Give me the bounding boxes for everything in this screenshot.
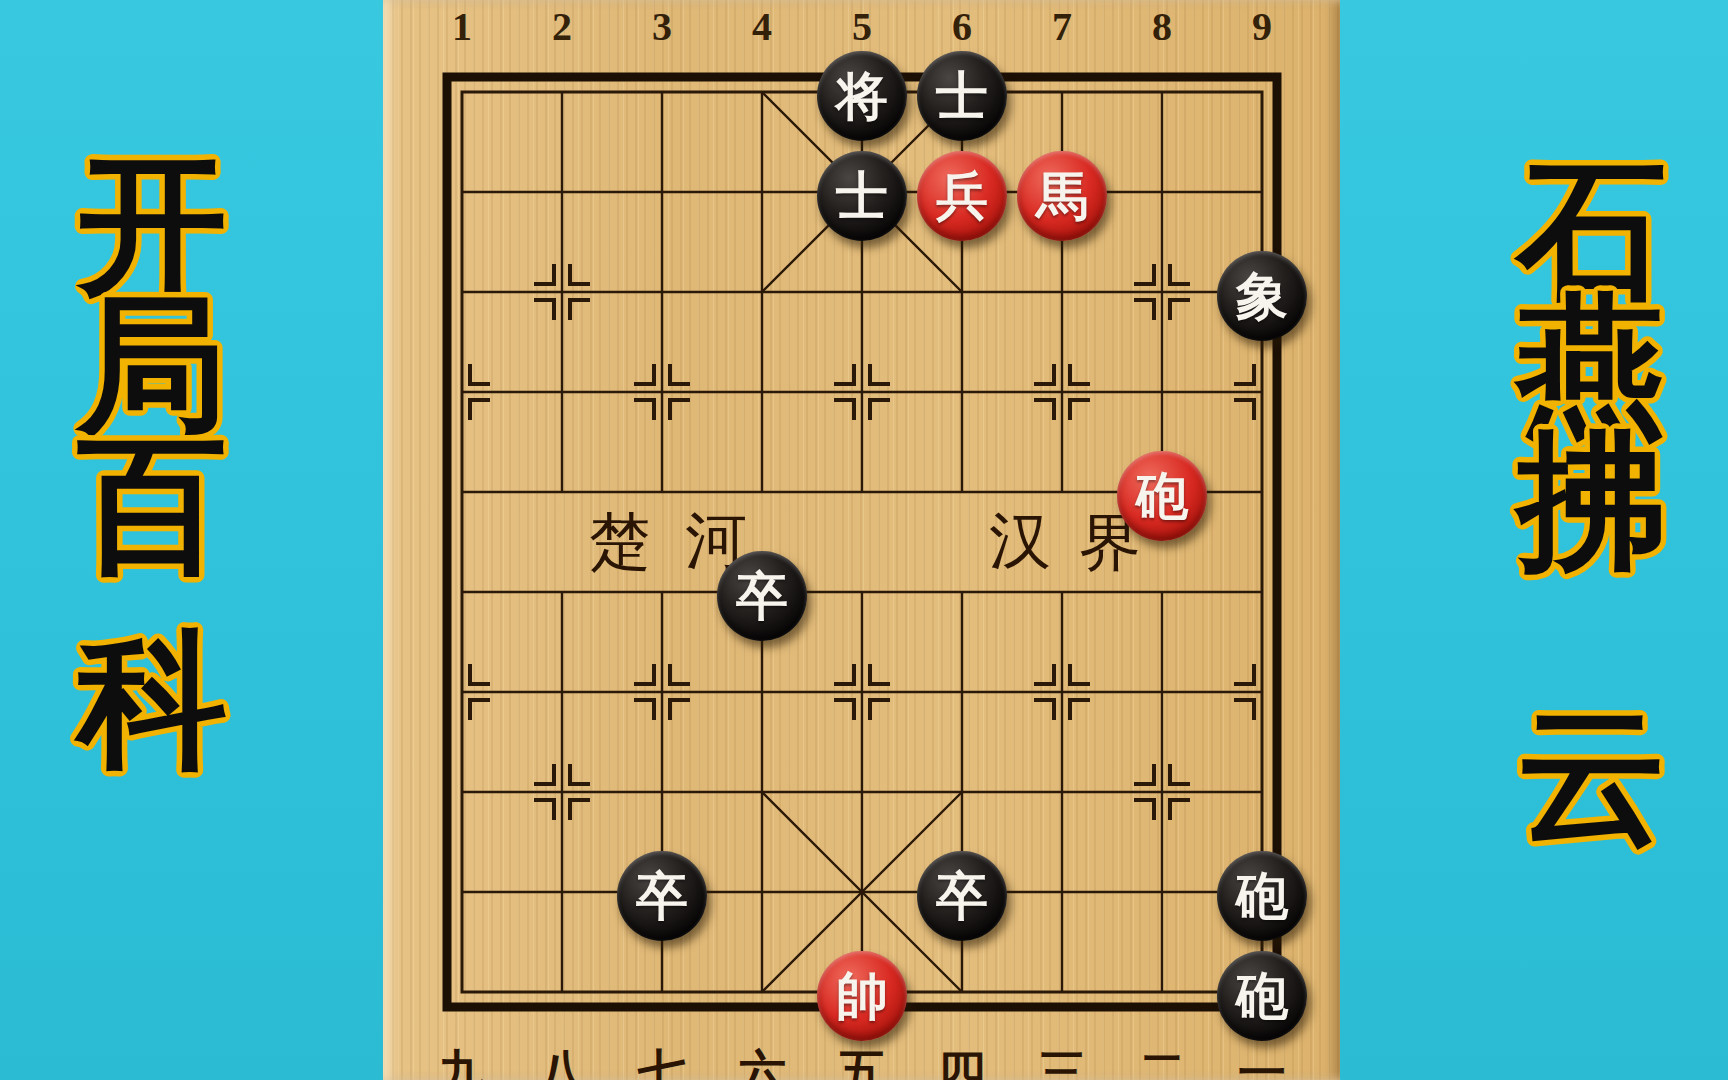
point-marker (1070, 664, 1090, 684)
piece-glyph: 砲 (1236, 970, 1288, 1022)
bottom-file-label: 四 (938, 1044, 986, 1080)
piece-glyph: 兵 (936, 170, 988, 222)
point-marker (1134, 300, 1154, 320)
piece-red-general[interactable]: 帥 (817, 951, 907, 1041)
bottom-file-label: 六 (736, 1044, 786, 1080)
point-marker (1034, 700, 1054, 720)
point-marker (834, 700, 854, 720)
point-marker (1070, 364, 1090, 384)
point-marker (1234, 364, 1254, 384)
point-marker (634, 664, 654, 684)
point-marker (634, 400, 654, 420)
top-file-label: 2 (552, 4, 572, 49)
point-marker (470, 664, 490, 684)
point-marker (670, 664, 690, 684)
piece-glyph: 卒 (636, 870, 688, 922)
piece-red-horse[interactable]: 馬 (1017, 151, 1107, 241)
piece-red-cannon[interactable]: 砲 (1117, 451, 1207, 541)
piece-black-soldier[interactable]: 卒 (617, 851, 707, 941)
piece-black-cannon[interactable]: 砲 (1217, 951, 1307, 1041)
point-marker (1134, 764, 1154, 784)
piece-glyph: 将 (836, 70, 888, 122)
point-marker (1170, 764, 1190, 784)
point-marker (534, 300, 554, 320)
river-text-char: 汉 (989, 507, 1051, 575)
point-marker (1234, 664, 1254, 684)
point-marker (1034, 400, 1054, 420)
top-file-label: 6 (952, 4, 972, 49)
piece-glyph: 砲 (1236, 870, 1288, 922)
point-marker (1170, 264, 1190, 284)
point-marker (1134, 800, 1154, 820)
piece-glyph: 卒 (736, 570, 788, 622)
point-marker (870, 664, 890, 684)
point-marker (870, 400, 890, 420)
piece-red-soldier[interactable]: 兵 (917, 151, 1007, 241)
point-marker (834, 400, 854, 420)
bottom-file-label: 五 (837, 1044, 886, 1080)
point-marker (470, 400, 490, 420)
river-text-char: 楚 (589, 508, 651, 576)
point-marker (1134, 264, 1154, 284)
top-file-label: 3 (652, 4, 672, 49)
piece-black-soldier[interactable]: 卒 (717, 551, 807, 641)
piece-glyph: 士 (836, 170, 888, 222)
point-marker (870, 364, 890, 384)
left-banner-char: 百 (77, 418, 227, 592)
point-marker (570, 300, 590, 320)
point-marker (570, 264, 590, 284)
video-frame: 123456789九八七六五四三二一楚河汉界开局百科石燕拂云 将士士兵馬象砲卒卒… (0, 0, 1728, 1080)
piece-black-elephant[interactable]: 象 (1217, 251, 1307, 341)
top-file-label: 5 (852, 4, 872, 49)
point-marker (1170, 300, 1190, 320)
point-marker (1170, 800, 1190, 820)
point-marker (670, 400, 690, 420)
point-marker (534, 264, 554, 284)
point-marker (1234, 400, 1254, 420)
piece-glyph: 帥 (836, 970, 888, 1022)
bottom-file-label: 二 (1138, 1044, 1186, 1080)
point-marker (570, 800, 590, 820)
piece-black-advisor[interactable]: 士 (917, 51, 1007, 141)
top-file-label: 4 (752, 4, 772, 49)
top-file-label: 9 (1252, 4, 1272, 49)
point-marker (534, 800, 554, 820)
point-marker (670, 700, 690, 720)
piece-black-general[interactable]: 将 (817, 51, 907, 141)
point-marker (870, 700, 890, 720)
right-banner-char: 拂 (1513, 413, 1667, 587)
point-marker (570, 764, 590, 784)
right-banner-char: 云 (1517, 688, 1667, 862)
bottom-file-label: 三 (1038, 1044, 1086, 1080)
point-marker (1034, 364, 1054, 384)
bottom-file-label: 七 (637, 1044, 686, 1080)
piece-glyph: 士 (936, 70, 988, 122)
piece-black-cannon[interactable]: 砲 (1217, 851, 1307, 941)
bottom-file-label: 一 (1238, 1044, 1286, 1080)
top-file-label: 1 (452, 4, 472, 49)
piece-glyph: 象 (1236, 270, 1288, 322)
point-marker (1034, 664, 1054, 684)
point-marker (634, 364, 654, 384)
point-marker (534, 764, 554, 784)
bottom-file-label: 九 (437, 1044, 487, 1080)
point-marker (670, 364, 690, 384)
point-marker (834, 664, 854, 684)
left-banner-char: 科 (73, 613, 227, 787)
piece-black-soldier[interactable]: 卒 (917, 851, 1007, 941)
point-marker (634, 700, 654, 720)
top-file-label: 8 (1152, 4, 1172, 49)
top-file-label: 7 (1052, 4, 1072, 49)
piece-black-advisor[interactable]: 士 (817, 151, 907, 241)
point-marker (470, 700, 490, 720)
point-marker (470, 364, 490, 384)
point-marker (1234, 700, 1254, 720)
piece-glyph: 馬 (1036, 170, 1088, 222)
point-marker (1070, 700, 1090, 720)
piece-glyph: 卒 (936, 870, 988, 922)
piece-glyph: 砲 (1136, 470, 1188, 522)
point-marker (834, 364, 854, 384)
point-marker (1070, 400, 1090, 420)
bottom-file-label: 八 (536, 1044, 587, 1080)
